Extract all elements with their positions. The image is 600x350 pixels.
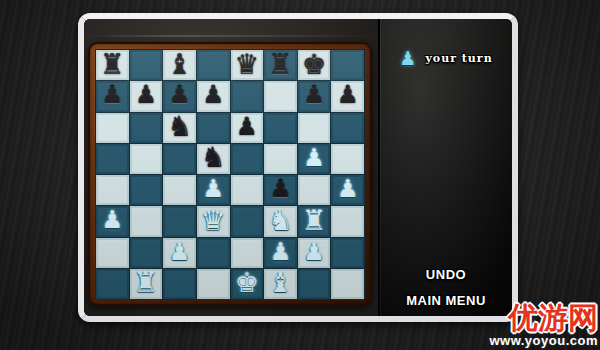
piece-black-bishop: ♝ xyxy=(167,51,191,78)
piece-black-rook: ♜ xyxy=(100,51,124,78)
square-g6[interactable] xyxy=(298,113,331,143)
square-h7[interactable]: ♟ xyxy=(331,81,364,111)
square-d8[interactable] xyxy=(197,50,230,80)
square-h5[interactable] xyxy=(331,144,364,174)
square-g2[interactable]: ♟ xyxy=(298,238,331,268)
watermark-site-name: 优游网 xyxy=(489,303,598,333)
square-e2[interactable] xyxy=(231,238,264,268)
piece-white-queen: ♛ xyxy=(201,207,225,234)
square-c5[interactable] xyxy=(163,144,196,174)
square-e7[interactable] xyxy=(231,81,264,111)
piece-black-knight: ♞ xyxy=(201,144,225,171)
square-d5[interactable]: ♞ xyxy=(197,144,230,174)
square-e5[interactable] xyxy=(231,144,264,174)
square-e4[interactable] xyxy=(231,175,264,205)
square-a3[interactable]: ♟ xyxy=(96,206,129,236)
piece-white-knight: ♞ xyxy=(268,207,292,234)
white-pawn-icon: ♟ xyxy=(399,49,416,68)
square-b4[interactable] xyxy=(130,175,163,205)
square-a5[interactable] xyxy=(96,144,129,174)
square-d4[interactable]: ♟ xyxy=(197,175,230,205)
square-d6[interactable] xyxy=(197,113,230,143)
square-f3[interactable]: ♞ xyxy=(264,206,297,236)
square-c3[interactable] xyxy=(163,206,196,236)
square-h3[interactable] xyxy=(331,206,364,236)
piece-white-king: ♚ xyxy=(235,269,259,296)
square-b2[interactable] xyxy=(130,238,163,268)
square-f7[interactable] xyxy=(264,81,297,111)
square-g7[interactable]: ♟ xyxy=(298,81,331,111)
square-d1[interactable] xyxy=(197,269,230,299)
piece-black-pawn: ♟ xyxy=(102,83,124,107)
piece-white-pawn: ♟ xyxy=(303,240,325,264)
chess-app-window: ♜♝♛♜♚♟♟♟♟♟♟♞♟♞♟♟♟♟♟♛♞♜♟♟♟♜♚♝ ♟ your turn… xyxy=(78,13,518,322)
square-b7[interactable]: ♟ xyxy=(130,81,163,111)
undo-button[interactable]: UNDO xyxy=(380,267,512,282)
square-g8[interactable]: ♚ xyxy=(298,50,331,80)
piece-black-knight: ♞ xyxy=(167,113,191,140)
piece-black-pawn: ♟ xyxy=(270,177,292,201)
watermark-site-url: www.yoyou.com xyxy=(489,333,598,348)
square-c8[interactable]: ♝ xyxy=(163,50,196,80)
square-a1[interactable] xyxy=(96,269,129,299)
piece-black-queen: ♛ xyxy=(235,51,259,78)
square-e8[interactable]: ♛ xyxy=(231,50,264,80)
piece-black-pawn: ♟ xyxy=(202,83,224,107)
square-e1[interactable]: ♚ xyxy=(231,269,264,299)
square-g5[interactable]: ♟ xyxy=(298,144,331,174)
square-f4[interactable]: ♟ xyxy=(264,175,297,205)
square-b5[interactable] xyxy=(130,144,163,174)
square-d2[interactable] xyxy=(197,238,230,268)
piece-black-pawn: ♟ xyxy=(236,115,258,139)
square-a4[interactable] xyxy=(96,175,129,205)
piece-white-pawn: ♟ xyxy=(270,240,292,264)
square-g3[interactable]: ♜ xyxy=(298,206,331,236)
piece-black-rook: ♜ xyxy=(268,51,292,78)
square-h2[interactable] xyxy=(331,238,364,268)
square-h8[interactable] xyxy=(331,50,364,80)
square-a8[interactable]: ♜ xyxy=(96,50,129,80)
piece-white-bishop: ♝ xyxy=(268,269,292,296)
square-h4[interactable]: ♟ xyxy=(331,175,364,205)
square-g4[interactable] xyxy=(298,175,331,205)
square-d7[interactable]: ♟ xyxy=(197,81,230,111)
square-b8[interactable] xyxy=(130,50,163,80)
piece-white-pawn: ♟ xyxy=(169,240,191,264)
square-d3[interactable]: ♛ xyxy=(197,206,230,236)
square-c6[interactable]: ♞ xyxy=(163,113,196,143)
piece-white-pawn: ♟ xyxy=(337,177,359,201)
turn-label: your turn xyxy=(425,52,492,65)
piece-white-rook: ♜ xyxy=(302,207,326,234)
square-h1[interactable] xyxy=(331,269,364,299)
square-f8[interactable]: ♜ xyxy=(264,50,297,80)
square-f2[interactable]: ♟ xyxy=(264,238,297,268)
piece-black-pawn: ♟ xyxy=(135,83,157,107)
chess-board[interactable]: ♜♝♛♜♚♟♟♟♟♟♟♞♟♞♟♟♟♟♟♛♞♜♟♟♟♜♚♝ xyxy=(96,50,364,299)
square-a6[interactable] xyxy=(96,113,129,143)
chess-board-frame: ♜♝♛♜♚♟♟♟♟♟♟♞♟♞♟♟♟♟♟♛♞♜♟♟♟♜♚♝ xyxy=(88,42,372,306)
square-f1[interactable]: ♝ xyxy=(264,269,297,299)
square-b6[interactable] xyxy=(130,113,163,143)
square-b1[interactable]: ♜ xyxy=(130,269,163,299)
square-a7[interactable]: ♟ xyxy=(96,81,129,111)
piece-black-pawn: ♟ xyxy=(303,83,325,107)
square-b3[interactable] xyxy=(130,206,163,236)
square-c2[interactable]: ♟ xyxy=(163,238,196,268)
square-e3[interactable] xyxy=(231,206,264,236)
square-a2[interactable] xyxy=(96,238,129,268)
square-f6[interactable] xyxy=(264,113,297,143)
piece-black-pawn: ♟ xyxy=(169,83,191,107)
square-f5[interactable] xyxy=(264,144,297,174)
desktop-background: ♜♝♛♜♚♟♟♟♟♟♟♞♟♞♟♟♟♟♟♛♞♜♟♟♟♜♚♝ ♟ your turn… xyxy=(0,0,600,350)
piece-black-king: ♚ xyxy=(302,51,326,78)
board-area: ♜♝♛♜♚♟♟♟♟♟♟♞♟♞♟♟♟♟♟♛♞♜♟♟♟♜♚♝ xyxy=(84,19,378,316)
watermark: 优游网 www.yoyou.com xyxy=(489,303,598,348)
square-e6[interactable]: ♟ xyxy=(231,113,264,143)
turn-indicator: ♟ your turn xyxy=(380,49,512,68)
piece-white-pawn: ♟ xyxy=(102,208,124,232)
piece-black-pawn: ♟ xyxy=(337,83,359,107)
side-panel: ♟ your turn UNDO MAIN MENU xyxy=(378,19,512,316)
square-c1[interactable] xyxy=(163,269,196,299)
piece-white-rook: ♜ xyxy=(134,269,158,296)
piece-white-pawn: ♟ xyxy=(303,146,325,170)
square-c4[interactable] xyxy=(163,175,196,205)
square-g1[interactable] xyxy=(298,269,331,299)
square-c7[interactable]: ♟ xyxy=(163,81,196,111)
piece-white-pawn: ♟ xyxy=(202,177,224,201)
window-content: ♜♝♛♜♚♟♟♟♟♟♟♞♟♞♟♟♟♟♟♛♞♜♟♟♟♜♚♝ ♟ your turn… xyxy=(84,19,512,316)
square-h6[interactable] xyxy=(331,113,364,143)
